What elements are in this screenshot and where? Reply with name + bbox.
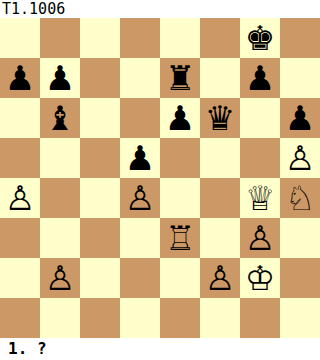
- square-b6[interactable]: ♝: [40, 98, 80, 138]
- piece-white-rook: ♖: [165, 218, 195, 258]
- piece-black-pawn: ♟: [245, 58, 275, 98]
- square-c2[interactable]: [80, 258, 120, 298]
- square-a8[interactable]: [0, 18, 40, 58]
- piece-black-pawn: ♟: [165, 98, 195, 138]
- square-e3[interactable]: ♖: [160, 218, 200, 258]
- square-h3[interactable]: [280, 218, 320, 258]
- piece-white-pawn: ♙: [245, 218, 275, 258]
- square-f6[interactable]: ♛: [200, 98, 240, 138]
- piece-black-pawn: ♟: [45, 58, 75, 98]
- square-f4[interactable]: [200, 178, 240, 218]
- piece-black-pawn: ♟: [5, 58, 35, 98]
- square-h6[interactable]: ♟: [280, 98, 320, 138]
- piece-white-king: ♔: [245, 258, 275, 298]
- square-f8[interactable]: [200, 18, 240, 58]
- square-g7[interactable]: ♟: [240, 58, 280, 98]
- square-d6[interactable]: [120, 98, 160, 138]
- square-c3[interactable]: [80, 218, 120, 258]
- square-h4[interactable]: ♘: [280, 178, 320, 218]
- square-f7[interactable]: [200, 58, 240, 98]
- square-b2[interactable]: ♙: [40, 258, 80, 298]
- square-f5[interactable]: [200, 138, 240, 178]
- chess-board: ♚♟♟♜♟♝♟♛♟♟♙♙♙♕♘♖♙♙♙♔: [0, 18, 320, 338]
- square-g6[interactable]: [240, 98, 280, 138]
- piece-black-queen: ♛: [205, 98, 235, 138]
- square-b3[interactable]: [40, 218, 80, 258]
- piece-black-rook: ♜: [165, 58, 195, 98]
- chess-puzzle-app: T1.1006 ♚♟♟♜♟♝♟♛♟♟♙♙♙♕♘♖♙♙♙♔ 1. ?: [0, 0, 320, 360]
- square-e7[interactable]: ♜: [160, 58, 200, 98]
- square-b1[interactable]: [40, 298, 80, 338]
- piece-white-pawn: ♙: [5, 178, 35, 218]
- square-f2[interactable]: ♙: [200, 258, 240, 298]
- piece-white-pawn: ♙: [45, 258, 75, 298]
- square-h2[interactable]: [280, 258, 320, 298]
- square-d5[interactable]: ♟: [120, 138, 160, 178]
- piece-black-bishop: ♝: [45, 98, 75, 138]
- piece-white-pawn: ♙: [285, 138, 315, 178]
- square-h7[interactable]: [280, 58, 320, 98]
- square-d8[interactable]: [120, 18, 160, 58]
- square-c8[interactable]: [80, 18, 120, 58]
- square-e5[interactable]: [160, 138, 200, 178]
- square-d7[interactable]: [120, 58, 160, 98]
- square-d1[interactable]: [120, 298, 160, 338]
- square-g8[interactable]: ♚: [240, 18, 280, 58]
- square-e2[interactable]: [160, 258, 200, 298]
- square-f1[interactable]: [200, 298, 240, 338]
- piece-black-pawn: ♟: [125, 138, 155, 178]
- square-a4[interactable]: ♙: [0, 178, 40, 218]
- piece-white-queen: ♕: [245, 178, 275, 218]
- piece-white-knight: ♘: [285, 178, 315, 218]
- square-c6[interactable]: [80, 98, 120, 138]
- square-d2[interactable]: [120, 258, 160, 298]
- square-g1[interactable]: [240, 298, 280, 338]
- square-d3[interactable]: [120, 218, 160, 258]
- square-b5[interactable]: [40, 138, 80, 178]
- square-b4[interactable]: [40, 178, 80, 218]
- square-a3[interactable]: [0, 218, 40, 258]
- piece-white-pawn: ♙: [125, 178, 155, 218]
- square-a2[interactable]: [0, 258, 40, 298]
- square-g5[interactable]: [240, 138, 280, 178]
- square-g3[interactable]: ♙: [240, 218, 280, 258]
- square-c1[interactable]: [80, 298, 120, 338]
- piece-white-pawn: ♙: [205, 258, 235, 298]
- piece-black-pawn: ♟: [285, 98, 315, 138]
- square-a5[interactable]: [0, 138, 40, 178]
- square-e1[interactable]: [160, 298, 200, 338]
- move-prompt: 1. ?: [0, 338, 320, 360]
- square-f3[interactable]: [200, 218, 240, 258]
- square-c7[interactable]: [80, 58, 120, 98]
- square-d4[interactable]: ♙: [120, 178, 160, 218]
- square-a7[interactable]: ♟: [0, 58, 40, 98]
- square-g4[interactable]: ♕: [240, 178, 280, 218]
- square-h8[interactable]: [280, 18, 320, 58]
- square-h1[interactable]: [280, 298, 320, 338]
- square-h5[interactable]: ♙: [280, 138, 320, 178]
- square-a6[interactable]: [0, 98, 40, 138]
- square-b8[interactable]: [40, 18, 80, 58]
- square-e4[interactable]: [160, 178, 200, 218]
- square-g2[interactable]: ♔: [240, 258, 280, 298]
- square-c5[interactable]: [80, 138, 120, 178]
- square-e6[interactable]: ♟: [160, 98, 200, 138]
- square-b7[interactable]: ♟: [40, 58, 80, 98]
- piece-black-king: ♚: [245, 18, 275, 58]
- square-a1[interactable]: [0, 298, 40, 338]
- square-e8[interactable]: [160, 18, 200, 58]
- square-c4[interactable]: [80, 178, 120, 218]
- puzzle-id: T1.1006: [0, 0, 320, 18]
